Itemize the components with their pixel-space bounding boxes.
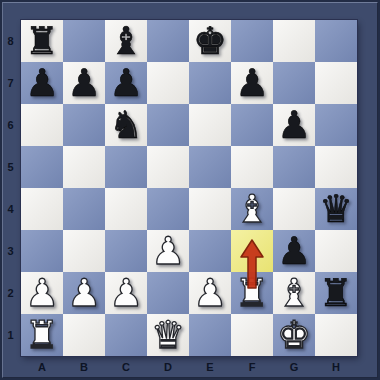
square-b2[interactable]: ♟: [63, 272, 105, 314]
piece-white-king[interactable]: ♚: [277, 316, 311, 354]
square-a7[interactable]: ♟: [21, 62, 63, 104]
square-f3[interactable]: [231, 230, 273, 272]
piece-black-pawn[interactable]: ♟: [109, 64, 143, 102]
square-a5[interactable]: [21, 146, 63, 188]
square-d8[interactable]: [147, 20, 189, 62]
square-c1[interactable]: [105, 314, 147, 356]
square-g7[interactable]: [273, 62, 315, 104]
square-d5[interactable]: [147, 146, 189, 188]
file-label-F: F: [231, 357, 273, 379]
square-g1[interactable]: ♚: [273, 314, 315, 356]
square-b6[interactable]: [63, 104, 105, 146]
square-a2[interactable]: ♟: [21, 272, 63, 314]
chess-board: ♜♝♚♟♟♟♟♞♟♝♛♟♟♟♟♟♟♜♝♜♜♛♚: [21, 20, 357, 356]
file-label-G: G: [273, 357, 315, 379]
rank-label-2: 2: [0, 272, 21, 314]
piece-white-bishop[interactable]: ♝: [277, 274, 311, 312]
square-d3[interactable]: ♟: [147, 230, 189, 272]
square-h7[interactable]: [315, 62, 357, 104]
file-label-A: A: [21, 357, 63, 379]
board-frame: ♜♝♚♟♟♟♟♞♟♝♛♟♟♟♟♟♟♜♝♜♜♛♚ 87654321 ABCDEFG…: [0, 0, 380, 380]
square-h2[interactable]: ♜: [315, 272, 357, 314]
square-e3[interactable]: [189, 230, 231, 272]
square-f7[interactable]: ♟: [231, 62, 273, 104]
square-b8[interactable]: [63, 20, 105, 62]
square-a4[interactable]: [21, 188, 63, 230]
piece-black-pawn[interactable]: ♟: [25, 64, 59, 102]
square-e5[interactable]: [189, 146, 231, 188]
square-b4[interactable]: [63, 188, 105, 230]
piece-black-rook[interactable]: ♜: [25, 22, 59, 60]
square-f8[interactable]: [231, 20, 273, 62]
square-a6[interactable]: [21, 104, 63, 146]
square-e1[interactable]: [189, 314, 231, 356]
square-d6[interactable]: [147, 104, 189, 146]
square-g6[interactable]: ♟: [273, 104, 315, 146]
square-b3[interactable]: [63, 230, 105, 272]
square-h1[interactable]: [315, 314, 357, 356]
square-g4[interactable]: [273, 188, 315, 230]
square-c5[interactable]: [105, 146, 147, 188]
square-a3[interactable]: [21, 230, 63, 272]
square-f1[interactable]: [231, 314, 273, 356]
piece-black-queen[interactable]: ♛: [319, 190, 353, 228]
square-f4[interactable]: ♝: [231, 188, 273, 230]
file-label-D: D: [147, 357, 189, 379]
square-c8[interactable]: ♝: [105, 20, 147, 62]
rank-label-8: 8: [0, 20, 21, 62]
piece-black-knight[interactable]: ♞: [109, 106, 143, 144]
piece-black-rook[interactable]: ♜: [319, 274, 353, 312]
piece-black-pawn[interactable]: ♟: [235, 64, 269, 102]
square-g2[interactable]: ♝: [273, 272, 315, 314]
piece-white-bishop[interactable]: ♝: [235, 190, 269, 228]
piece-white-pawn[interactable]: ♟: [25, 274, 59, 312]
square-e2[interactable]: ♟: [189, 272, 231, 314]
piece-white-pawn[interactable]: ♟: [67, 274, 101, 312]
square-e6[interactable]: [189, 104, 231, 146]
piece-white-pawn[interactable]: ♟: [193, 274, 227, 312]
square-c2[interactable]: ♟: [105, 272, 147, 314]
square-f5[interactable]: [231, 146, 273, 188]
piece-white-pawn[interactable]: ♟: [151, 232, 185, 270]
square-f2[interactable]: ♜: [231, 272, 273, 314]
piece-white-pawn[interactable]: ♟: [109, 274, 143, 312]
square-b7[interactable]: ♟: [63, 62, 105, 104]
rank-label-1: 1: [0, 314, 21, 356]
piece-black-king[interactable]: ♚: [193, 22, 227, 60]
rank-label-6: 6: [0, 104, 21, 146]
square-h6[interactable]: [315, 104, 357, 146]
piece-black-bishop[interactable]: ♝: [109, 22, 143, 60]
square-c7[interactable]: ♟: [105, 62, 147, 104]
piece-black-pawn[interactable]: ♟: [67, 64, 101, 102]
piece-white-queen[interactable]: ♛: [151, 316, 185, 354]
square-h5[interactable]: [315, 146, 357, 188]
square-b1[interactable]: [63, 314, 105, 356]
square-c3[interactable]: [105, 230, 147, 272]
file-label-E: E: [189, 357, 231, 379]
square-h3[interactable]: [315, 230, 357, 272]
rank-label-4: 4: [0, 188, 21, 230]
rank-label-5: 5: [0, 146, 21, 188]
piece-white-rook[interactable]: ♜: [25, 316, 59, 354]
square-f6[interactable]: [231, 104, 273, 146]
square-d2[interactable]: [147, 272, 189, 314]
piece-white-rook[interactable]: ♜: [235, 274, 269, 312]
file-label-H: H: [315, 357, 357, 379]
square-a1[interactable]: ♜: [21, 314, 63, 356]
piece-black-pawn[interactable]: ♟: [277, 106, 311, 144]
square-b5[interactable]: [63, 146, 105, 188]
square-d1[interactable]: ♛: [147, 314, 189, 356]
file-label-B: B: [63, 357, 105, 379]
rank-label-3: 3: [0, 230, 21, 272]
square-d7[interactable]: [147, 62, 189, 104]
rank-label-7: 7: [0, 62, 21, 104]
square-e8[interactable]: ♚: [189, 20, 231, 62]
square-e4[interactable]: [189, 188, 231, 230]
square-g8[interactable]: [273, 20, 315, 62]
square-a8[interactable]: ♜: [21, 20, 63, 62]
square-d4[interactable]: [147, 188, 189, 230]
file-label-C: C: [105, 357, 147, 379]
piece-black-pawn[interactable]: ♟: [277, 232, 311, 270]
square-g3[interactable]: ♟: [273, 230, 315, 272]
square-c6[interactable]: ♞: [105, 104, 147, 146]
square-e7[interactable]: [189, 62, 231, 104]
square-h8[interactable]: [315, 20, 357, 62]
square-c4[interactable]: [105, 188, 147, 230]
square-g5[interactable]: [273, 146, 315, 188]
square-h4[interactable]: ♛: [315, 188, 357, 230]
